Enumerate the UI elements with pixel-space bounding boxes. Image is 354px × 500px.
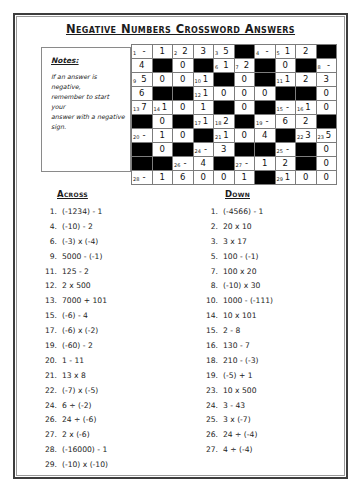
down-clue-number: 25.	[202, 415, 218, 430]
down-clue-number: 2.	[202, 222, 218, 237]
clue-number: 26	[174, 163, 180, 168]
answer-cell: 3	[317, 73, 337, 86]
block-cell	[317, 45, 337, 58]
across-clue-text: 6 ÷ (-2)	[62, 401, 92, 416]
down-clue-number: 19.	[202, 371, 218, 386]
block-cell	[235, 115, 255, 128]
across-clue-text: (-60) - 2	[62, 341, 93, 356]
across-clue-number: 27.	[41, 430, 57, 445]
down-clue: 15.2 - 8	[202, 326, 342, 341]
cell-value: -	[183, 159, 186, 168]
cell-value: -	[142, 47, 145, 56]
clue-number: 9	[133, 79, 136, 84]
cell-value: 6	[180, 173, 185, 182]
cell-value: 0	[242, 103, 247, 112]
across-clue-text: (-10) - 2	[62, 222, 93, 237]
across-clue: 29.(-10) x (-10)	[41, 460, 196, 475]
across-clue-number: 6.	[41, 237, 57, 252]
across-clue-text: 125 - 2	[62, 267, 89, 282]
notes-title: Notes:	[51, 56, 130, 65]
across-clue-text: (-10) x (-10)	[62, 460, 108, 475]
down-clue-text: (-4566) - 1	[223, 207, 263, 222]
down-section: Down 1.(-4566) - 12.20 x 103.3 x 175.100…	[202, 189, 342, 460]
clue-number: 16	[297, 107, 303, 112]
down-clue: 27.4 ÷ (-4)	[202, 445, 342, 460]
answer-cell: 0	[173, 101, 193, 114]
cell-value: -	[286, 103, 289, 112]
across-clue: 28.(-16000) - 1	[41, 445, 196, 460]
answer-cell: 1	[235, 171, 255, 184]
answer-cell: 0	[153, 73, 173, 86]
across-clue: 19.(-60) - 2	[41, 341, 196, 356]
answer-cell: 95	[132, 73, 152, 86]
across-clue-number: 26.	[41, 415, 57, 430]
down-clue-number: 24.	[202, 401, 218, 416]
down-clue-number: 16.	[202, 341, 218, 356]
answer-cell: 0	[276, 59, 296, 72]
down-clue-number: 15.	[202, 326, 218, 341]
block-cell	[296, 143, 316, 156]
cell-value: 0	[283, 61, 288, 70]
across-clue-number: 1.	[41, 207, 57, 222]
answer-cell: 19-	[255, 115, 275, 128]
block-cell	[255, 143, 275, 156]
cell-value: 1	[223, 131, 228, 140]
cell-value: 0	[324, 173, 329, 182]
clue-number: 1	[133, 51, 136, 56]
clue-number: 21	[215, 135, 221, 140]
answer-cell: 291	[276, 171, 296, 184]
answer-cell: 28-	[132, 171, 152, 184]
answer-cell: 0	[296, 171, 316, 184]
down-clue-text: 100 - (-1)	[223, 252, 259, 267]
block-cell	[235, 143, 255, 156]
answer-cell: 2	[276, 157, 296, 170]
answer-cell: 4-	[255, 45, 275, 58]
across-section: Across 1.(-1234) - 14.(-10) - 26.(-3) x …	[41, 189, 196, 475]
clue-number: 6	[215, 65, 218, 70]
cell-value: 1	[285, 173, 290, 182]
clue-number: 22	[297, 135, 303, 140]
block-cell	[194, 129, 214, 142]
across-clue: 12.2 x 500	[41, 281, 196, 296]
down-clue: 14.10 x 101	[202, 311, 342, 326]
answer-cell: 27-	[235, 157, 255, 170]
answer-cell: 0	[173, 129, 193, 142]
answer-cell: 4	[132, 59, 152, 72]
cell-value: 4	[139, 61, 144, 70]
answer-cell: 2	[296, 45, 316, 58]
answer-cell: 35	[214, 45, 234, 58]
cell-value: 1	[160, 131, 165, 140]
down-clue-number: 5.	[202, 252, 218, 267]
clue-number: 20	[133, 135, 139, 140]
answer-cell: 0	[153, 115, 173, 128]
down-clue-text: 2 - 8	[223, 326, 240, 341]
cell-value: 1	[162, 103, 167, 112]
answer-cell: 223	[296, 129, 316, 142]
down-clue-number: 3.	[202, 237, 218, 252]
clue-number: 19	[256, 121, 262, 126]
cell-value: 3	[201, 47, 206, 56]
cell-value: 5	[141, 75, 146, 84]
cell-value: -	[286, 145, 289, 154]
answer-cell: 1-	[132, 45, 152, 58]
cell-value: 0	[180, 103, 185, 112]
cell-value: 0	[242, 131, 247, 140]
worksheet-canvas: Negative Numbers Crossword Answers Notes…	[0, 0, 354, 500]
cell-value: 1	[160, 47, 165, 56]
down-clue-text: 130 - 7	[223, 341, 250, 356]
answer-cell: 6	[276, 115, 296, 128]
down-header: Down	[225, 189, 342, 199]
cell-value: 0	[221, 173, 226, 182]
answer-cell: 0	[235, 73, 255, 86]
block-cell	[132, 115, 152, 128]
down-clue-text: 3 - 43	[223, 401, 245, 416]
answer-cell: 0	[235, 101, 255, 114]
across-clue: 26.24 ÷ (-6)	[41, 415, 196, 430]
answer-cell: 6	[132, 87, 152, 100]
clue-number: 14	[154, 107, 160, 112]
across-clue-number: 17.	[41, 326, 57, 341]
answer-cell: 0	[317, 143, 337, 156]
clue-number: 25	[277, 149, 283, 154]
down-clue-number: 1.	[202, 207, 218, 222]
answer-cell: 0	[173, 73, 193, 86]
cell-value: -	[265, 47, 268, 56]
down-clue: 19.(-5) + 1	[202, 371, 342, 386]
answer-cell: 0	[255, 87, 275, 100]
across-clue-number: 4.	[41, 222, 57, 237]
cell-value: 5	[326, 131, 331, 140]
cell-value: 1	[285, 75, 290, 84]
across-clue-number: 13.	[41, 296, 57, 311]
answer-cell: 1	[255, 157, 275, 170]
cell-value: 3	[324, 75, 329, 84]
cell-value: 4	[201, 159, 206, 168]
down-clue-number: 8.	[202, 281, 218, 296]
answer-cell: 4	[194, 157, 214, 170]
clue-number: 18	[215, 121, 221, 126]
cell-value: 0	[160, 145, 165, 154]
across-clue-number: 28.	[41, 445, 57, 460]
cell-value: 1	[285, 47, 290, 56]
cell-value: -	[142, 131, 145, 140]
block-cell	[214, 157, 234, 170]
down-clue: 26.24 ÷ (-4)	[202, 430, 342, 445]
cell-value: 1	[242, 173, 247, 182]
block-cell	[296, 157, 316, 170]
across-clue: 1.(-1234) - 1	[41, 207, 196, 222]
across-clue-text: 1 - 11	[62, 356, 84, 371]
cell-value: 0	[324, 89, 329, 98]
answer-cell: 4	[255, 129, 275, 142]
cell-value: 0	[180, 131, 185, 140]
clue-number: 28	[133, 177, 139, 182]
down-clue: 8.(-10) x 30	[202, 281, 342, 296]
down-clue-text: 20 x 10	[223, 222, 252, 237]
across-clue-number: 12.	[41, 281, 57, 296]
answer-cell: 101	[194, 73, 214, 86]
answer-cell: 2	[296, 73, 316, 86]
across-clue-text: 2 x (-6)	[62, 430, 90, 445]
across-clue: 11.125 - 2	[41, 267, 196, 282]
across-clue: 17.(-6) x (-2)	[41, 326, 196, 341]
answer-cell: 22	[173, 45, 193, 58]
answer-cell: 0	[153, 143, 173, 156]
cell-value: 0	[324, 159, 329, 168]
crossword-grid: 1-1223354-51240617208-950010101112361210…	[131, 44, 337, 185]
cell-value: 0	[180, 75, 185, 84]
cell-value: 6	[283, 117, 288, 126]
block-cell	[317, 115, 337, 128]
block-cell	[255, 73, 275, 86]
clue-number: 10	[195, 79, 201, 84]
down-clue-text: 10 x 500	[223, 386, 256, 401]
answer-cell: 161	[296, 101, 316, 114]
down-clue-text: (-5) + 1	[223, 371, 253, 386]
page-title: Negative Numbers Crossword Answers	[15, 22, 346, 36]
answer-cell: 24-	[194, 143, 214, 156]
down-clue-number: 10.	[202, 296, 218, 311]
cell-value: 0	[221, 89, 226, 98]
down-clue-number: 27.	[202, 445, 218, 460]
answer-cell: 6	[173, 171, 193, 184]
cell-value: 0	[324, 103, 329, 112]
clue-number: 4	[256, 51, 259, 56]
cell-value: 0	[160, 117, 165, 126]
down-clue-text: 1000 - (-111)	[223, 296, 273, 311]
cell-value: 2	[303, 47, 308, 56]
cell-value: 0	[201, 173, 206, 182]
across-clue: 4.(-10) - 2	[41, 222, 196, 237]
block-cell	[153, 59, 173, 72]
notes-box: Notes: If an answer is negative, remembe…	[41, 47, 131, 172]
answer-cell: 3	[194, 45, 214, 58]
notes-body: If an answer is negative, remember to st…	[51, 72, 125, 132]
cell-value: 0	[324, 145, 329, 154]
down-clue-number: 26.	[202, 430, 218, 445]
down-clue: 24.3 - 43	[202, 401, 342, 416]
across-clue: 9.5000 - (-1)	[41, 252, 196, 267]
cell-value: 0	[160, 75, 165, 84]
down-clue: 2.20 x 10	[202, 222, 342, 237]
cell-value: 3	[221, 145, 226, 154]
answer-cell: 0	[317, 171, 337, 184]
across-clue: 15.(-6) - 4	[41, 311, 196, 326]
down-clue-text: (-10) x 30	[223, 281, 260, 296]
block-cell	[173, 115, 193, 128]
down-clue: 3.3 x 17	[202, 237, 342, 252]
cell-value: 0	[262, 89, 267, 98]
down-clue-list: 1.(-4566) - 12.20 x 103.3 x 175.100 - (-…	[202, 207, 342, 460]
across-clue-text: 5000 - (-1)	[62, 252, 102, 267]
cell-value: 2	[283, 159, 288, 168]
cell-value: 1	[203, 75, 208, 84]
down-clue: 18.210 - (-3)	[202, 356, 342, 371]
cell-value: -	[245, 159, 248, 168]
block-cell	[276, 129, 296, 142]
block-cell	[173, 87, 193, 100]
clue-number: 17	[195, 121, 201, 126]
clue-number: 23	[318, 135, 324, 140]
cell-value: 5	[223, 47, 228, 56]
answer-cell: 0	[173, 59, 193, 72]
down-clue: 5.100 - (-1)	[202, 252, 342, 267]
across-clue: 13.7000 + 101	[41, 296, 196, 311]
down-clue-text: 100 x 20	[223, 267, 256, 282]
down-clue-number: 23.	[202, 386, 218, 401]
across-clue-number: 29.	[41, 460, 57, 475]
answer-cell: 1	[153, 45, 173, 58]
cell-value: 1	[203, 89, 208, 98]
answer-cell: 1	[153, 129, 173, 142]
across-clue-text: (-1234) - 1	[62, 207, 102, 222]
block-cell	[214, 73, 234, 86]
clue-number: 24	[195, 149, 201, 154]
cell-value: 2	[223, 117, 228, 126]
down-clue-text: 210 - (-3)	[223, 356, 259, 371]
down-clue: 1.(-4566) - 1	[202, 207, 342, 222]
answer-cell: 211	[214, 129, 234, 142]
answer-cell: 2	[296, 115, 316, 128]
block-cell	[255, 171, 275, 184]
across-clue-text: (-6) x (-2)	[62, 326, 98, 341]
clue-number: 7	[236, 65, 239, 70]
block-cell	[194, 59, 214, 72]
across-clue: 6.(-3) x (-4)	[41, 237, 196, 252]
block-cell	[235, 45, 255, 58]
across-clue-list: 1.(-1234) - 14.(-10) - 26.(-3) x (-4)9.5…	[41, 207, 196, 475]
block-cell	[214, 101, 234, 114]
answer-cell: 0	[235, 129, 255, 142]
cell-value: 3	[305, 131, 310, 140]
clue-number: 29	[277, 177, 283, 182]
answer-cell: 25-	[276, 143, 296, 156]
clue-number: 2	[174, 51, 177, 56]
down-clue-text: 24 ÷ (-4)	[223, 430, 257, 445]
answer-cell: 61	[214, 59, 234, 72]
clue-number: 12	[195, 93, 201, 98]
block-cell	[296, 59, 316, 72]
cell-value: 2	[182, 47, 187, 56]
cell-value: 1	[203, 117, 208, 126]
block-cell	[276, 87, 296, 100]
across-clue: 20.1 - 11	[41, 356, 196, 371]
block-cell	[296, 87, 316, 100]
answer-cell: 3	[214, 143, 234, 156]
cell-value: 2	[303, 117, 308, 126]
answer-cell: 0	[214, 171, 234, 184]
across-clue: 22.(-7) x (-5)	[41, 386, 196, 401]
down-clue-text: 3 x 17	[223, 237, 247, 252]
cell-value: 1	[160, 173, 165, 182]
block-cell	[153, 87, 173, 100]
page-double-border: Negative Numbers Crossword Answers Notes…	[13, 13, 348, 479]
across-clue-text: (-6) - 4	[62, 311, 88, 326]
cell-value: 6	[139, 89, 144, 98]
answer-cell: 1	[194, 101, 214, 114]
across-clue-text: 13 x 8	[62, 371, 86, 386]
across-clue: 27.2 x (-6)	[41, 430, 196, 445]
block-cell	[255, 59, 275, 72]
answer-cell: 141	[153, 101, 173, 114]
across-clue-number: 24.	[41, 401, 57, 416]
clue-number: 13	[133, 107, 139, 112]
across-clue: 21.13 x 8	[41, 371, 196, 386]
answer-cell: 0	[317, 87, 337, 100]
across-clue-number: 21.	[41, 371, 57, 386]
across-clue-number: 11.	[41, 267, 57, 282]
across-clue-number: 22.	[41, 386, 57, 401]
down-clue: 25.3 x (-7)	[202, 415, 342, 430]
block-cell	[173, 143, 193, 156]
across-clue-text: (-7) x (-5)	[62, 386, 98, 401]
across-clue-text: 24 ÷ (-6)	[62, 415, 96, 430]
block-cell	[153, 157, 173, 170]
cell-value: 0	[303, 173, 308, 182]
answer-cell: 235	[317, 129, 337, 142]
cell-value: 1	[201, 103, 206, 112]
across-clue-number: 20.	[41, 356, 57, 371]
cell-value: -	[142, 173, 145, 182]
across-header: Across	[57, 189, 196, 199]
down-clue-text: 4 ÷ (-4)	[223, 445, 253, 460]
across-clue-number: 19.	[41, 341, 57, 356]
across-clue-text: 2 x 500	[62, 281, 91, 296]
answer-cell: 0	[194, 171, 214, 184]
down-clue-number: 18.	[202, 356, 218, 371]
cell-value: -	[327, 61, 330, 70]
cell-value: 0	[242, 75, 247, 84]
answer-cell: 0	[317, 157, 337, 170]
block-cell	[132, 157, 152, 170]
answer-cell: 0	[317, 101, 337, 114]
cell-value: 0	[180, 61, 185, 70]
across-clue: 24.6 ÷ (-2)	[41, 401, 196, 416]
answer-cell: 121	[194, 87, 214, 100]
cell-value: 2	[244, 61, 249, 70]
answer-cell: 20-	[132, 129, 152, 142]
answer-cell: 15-	[276, 101, 296, 114]
cell-value: -	[265, 117, 268, 126]
down-clue: 10.1000 - (-111)	[202, 296, 342, 311]
cell-value: 0	[242, 89, 247, 98]
answer-cell: 1	[153, 171, 173, 184]
clue-number: 15	[277, 107, 283, 112]
answer-cell: 0	[235, 87, 255, 100]
down-clue-number: 7.	[202, 267, 218, 282]
cell-value: 1	[223, 61, 228, 70]
down-clue-number: 14.	[202, 311, 218, 326]
clue-number: 8	[318, 65, 321, 70]
cell-value: -	[204, 145, 207, 154]
cell-value: 4	[262, 131, 267, 140]
across-clue-text: (-16000) - 1	[62, 445, 107, 460]
answer-cell: 72	[235, 59, 255, 72]
down-clue: 7.100 x 20	[202, 267, 342, 282]
across-clue-text: (-3) x (-4)	[62, 237, 98, 252]
block-cell	[255, 101, 275, 114]
answer-cell: 8-	[317, 59, 337, 72]
cell-value: 7	[141, 103, 146, 112]
answer-cell: 26-	[173, 157, 193, 170]
down-clue: 23.10 x 500	[202, 386, 342, 401]
answer-cell: 111	[276, 73, 296, 86]
across-clue-number: 15.	[41, 311, 57, 326]
block-cell	[132, 143, 152, 156]
